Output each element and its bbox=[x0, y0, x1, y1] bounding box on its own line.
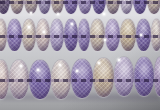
specular-sparkle bbox=[28, 26, 30, 28]
middle-strand-string bbox=[0, 35, 160, 38]
top-strand-string bbox=[0, 1, 160, 4]
bottom-strand-string bbox=[0, 79, 160, 82]
bead bbox=[93, 58, 114, 97]
specular-sparkle bbox=[37, 69, 39, 71]
specular-sparkle bbox=[59, 64, 61, 66]
specular-sparkle bbox=[98, 62, 100, 64]
specular-sparkle bbox=[104, 39, 106, 41]
specular-sparkle bbox=[140, 34, 142, 36]
specular-sparkle bbox=[71, 23, 73, 25]
specular-sparkle bbox=[103, 13, 105, 15]
specular-sparkle bbox=[30, 12, 32, 14]
specular-sparkle bbox=[57, 13, 59, 15]
bead bbox=[114, 57, 134, 96]
bead-photo bbox=[0, 0, 160, 110]
specular-sparkle bbox=[43, 31, 45, 33]
bead bbox=[154, 57, 160, 96]
specular-sparkle bbox=[76, 70, 78, 72]
specular-sparkle bbox=[20, 65, 22, 67]
specular-sparkle bbox=[118, 59, 120, 61]
bead bbox=[134, 57, 154, 96]
